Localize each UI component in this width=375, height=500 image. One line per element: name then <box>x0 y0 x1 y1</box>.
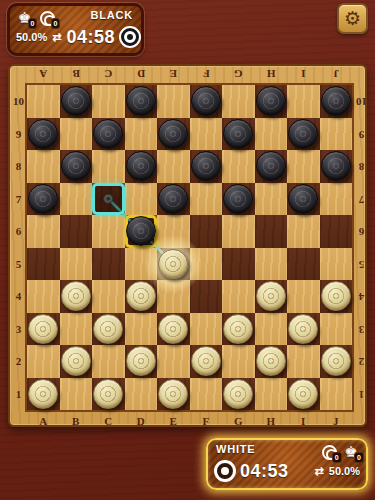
black-piece-F8[interactable] <box>191 151 221 181</box>
coord-label: F <box>190 414 223 428</box>
coord-label: B <box>60 414 93 428</box>
white-piece-A1[interactable] <box>28 379 58 409</box>
square-G5[interactable] <box>222 248 255 281</box>
captured-kings-icon: ♚ 0 <box>18 9 31 26</box>
square-A6[interactable] <box>27 215 60 248</box>
coord-label: J <box>320 67 353 82</box>
square-E8[interactable] <box>157 150 190 183</box>
square-C6[interactable] <box>92 215 125 248</box>
coord-label: 1 <box>354 378 369 411</box>
square-I2[interactable] <box>287 345 320 378</box>
gear-icon: ⚙ <box>344 7 361 30</box>
black-piece-G9[interactable] <box>223 119 253 149</box>
square-D1[interactable] <box>125 378 158 411</box>
white-piece-B4[interactable] <box>61 281 91 311</box>
captured-men-count: 0 <box>51 18 61 29</box>
coord-label: 9 <box>354 118 369 151</box>
white-player-panel: WHITE 0 ♚ 0 04:53 ⇄ 50.0% <box>206 438 368 490</box>
white-piece-C1[interactable] <box>93 379 123 409</box>
coord-label: E <box>157 414 190 428</box>
file-labels-top: ABCDEFGHIJ <box>27 67 352 82</box>
white-piece-H4[interactable] <box>256 281 286 311</box>
square-A8[interactable] <box>27 150 60 183</box>
white-piece-G3[interactable] <box>223 314 253 344</box>
black-piece-F10[interactable] <box>191 86 221 116</box>
square-I8[interactable] <box>287 150 320 183</box>
square-F9[interactable] <box>190 118 223 151</box>
captured-men-icon: 0 <box>40 9 54 26</box>
square-I4[interactable] <box>287 280 320 313</box>
white-piece-I1[interactable] <box>288 379 318 409</box>
square-F6[interactable] <box>190 215 223 248</box>
square-G6[interactable] <box>222 215 255 248</box>
square-I6[interactable] <box>287 215 320 248</box>
coord-label: 5 <box>11 248 26 281</box>
square-H1[interactable] <box>255 378 288 411</box>
black-piece-D8[interactable] <box>126 151 156 181</box>
square-C10[interactable] <box>92 85 125 118</box>
checkers-app: { "game": "checkers", "variant": "intern… <box>0 0 375 500</box>
black-piece-C9[interactable] <box>93 119 123 149</box>
black-piece-H10[interactable] <box>256 86 286 116</box>
square-F3[interactable] <box>190 313 223 346</box>
square-I10[interactable] <box>287 85 320 118</box>
captured-men-icon: 0 <box>322 443 336 460</box>
coord-label: D <box>125 414 158 428</box>
coord-label: G <box>222 414 255 428</box>
square-B3[interactable] <box>60 313 93 346</box>
coord-label: 8 <box>354 150 369 183</box>
white-piece-I3[interactable] <box>288 314 318 344</box>
white-captures-group: 0 ♚ 0 <box>322 443 358 460</box>
black-player-name: BLACK <box>91 9 134 21</box>
black-piece-D6[interactable] <box>126 216 156 246</box>
square-G8[interactable] <box>222 150 255 183</box>
board <box>25 83 354 412</box>
white-piece-B2[interactable] <box>61 346 91 376</box>
coord-label: F <box>190 67 223 82</box>
square-G4[interactable] <box>222 280 255 313</box>
square-E10[interactable] <box>157 85 190 118</box>
square-B1[interactable] <box>60 378 93 411</box>
square-H6[interactable] <box>255 215 288 248</box>
coord-label: G <box>222 67 255 82</box>
square-C8[interactable] <box>92 150 125 183</box>
black-piece-B10[interactable] <box>61 86 91 116</box>
coord-label: D <box>125 67 158 82</box>
white-piece-E5[interactable] <box>158 249 188 279</box>
white-win-chance: 50.0% <box>329 465 360 477</box>
coord-label: 9 <box>11 118 26 151</box>
board-frame: ABCDEFGHIJ ABCDEFGHIJ 10987654321 109876… <box>8 64 367 427</box>
square-F5[interactable] <box>190 248 223 281</box>
white-piece-A3[interactable] <box>28 314 58 344</box>
square-B5[interactable] <box>60 248 93 281</box>
swap-arrows-icon: ⇄ <box>315 465 324 478</box>
square-B7[interactable] <box>60 183 93 216</box>
square-A10[interactable] <box>27 85 60 118</box>
square-H3[interactable] <box>255 313 288 346</box>
square-H9[interactable] <box>255 118 288 151</box>
black-piece-H8[interactable] <box>256 151 286 181</box>
black-win-chance: 50.0% <box>16 31 47 43</box>
coord-label: A <box>27 67 60 82</box>
swap-arrows-icon: ⇄ <box>52 31 61 44</box>
square-J5[interactable] <box>320 248 353 281</box>
square-F7[interactable] <box>190 183 223 216</box>
white-piece-D2[interactable] <box>126 346 156 376</box>
coord-label: 2 <box>354 345 369 378</box>
coord-label: 4 <box>11 280 26 313</box>
white-piece-E3[interactable] <box>158 314 188 344</box>
square-C5[interactable] <box>92 248 125 281</box>
white-piece-J2[interactable] <box>321 346 351 376</box>
square-J3[interactable] <box>320 313 353 346</box>
square-C2[interactable] <box>92 345 125 378</box>
square-J1[interactable] <box>320 378 353 411</box>
coord-label: J <box>320 414 353 428</box>
square-J6[interactable] <box>320 215 353 248</box>
coord-label: 6 <box>354 215 369 248</box>
black-piece-B8[interactable] <box>61 151 91 181</box>
white-piece-D4[interactable] <box>126 281 156 311</box>
black-captures-group: ♚ 0 0 <box>18 9 54 26</box>
square-D9[interactable] <box>125 118 158 151</box>
coord-label: 3 <box>354 313 369 346</box>
white-timer: 04:53 <box>240 461 289 482</box>
square-H7[interactable] <box>255 183 288 216</box>
coord-label: 1 <box>11 378 26 411</box>
white-piece-J4[interactable] <box>321 281 351 311</box>
white-piece-F2[interactable] <box>191 346 221 376</box>
coord-label: 10 <box>11 85 26 118</box>
square-D3[interactable] <box>125 313 158 346</box>
file-labels-bottom: ABCDEFGHIJ <box>27 414 352 428</box>
black-piece-E7[interactable] <box>158 184 188 214</box>
square-A4[interactable] <box>27 280 60 313</box>
square-B6[interactable] <box>60 215 93 248</box>
white-piece-C3[interactable] <box>93 314 123 344</box>
square-C7[interactable] <box>92 183 125 216</box>
coord-label: B <box>60 67 93 82</box>
square-D5[interactable] <box>125 248 158 281</box>
black-piece-D10[interactable] <box>126 86 156 116</box>
square-D7[interactable] <box>125 183 158 216</box>
black-timer: 04:58 <box>66 27 115 48</box>
white-piece-H2[interactable] <box>256 346 286 376</box>
black-player-panel: ♚ 0 0 BLACK 50.0% ⇄ 04:58 <box>7 3 144 56</box>
square-G10[interactable] <box>222 85 255 118</box>
coord-label: C <box>92 67 125 82</box>
square-G2[interactable] <box>222 345 255 378</box>
coord-label: 3 <box>11 313 26 346</box>
coord-label: A <box>27 414 60 428</box>
rank-labels-right: 10987654321 <box>354 85 369 410</box>
settings-button[interactable]: ⚙ <box>337 3 368 34</box>
square-A5[interactable] <box>27 248 60 281</box>
coord-label: I <box>287 414 320 428</box>
coord-label: 5 <box>354 248 369 281</box>
black-piece-J10[interactable] <box>321 86 351 116</box>
coord-label: 7 <box>11 183 26 216</box>
square-F4[interactable] <box>190 280 223 313</box>
white-player-name: WHITE <box>216 443 255 455</box>
coord-label: H <box>255 414 288 428</box>
square-E6[interactable] <box>157 215 190 248</box>
square-F1[interactable] <box>190 378 223 411</box>
square-J7[interactable] <box>320 183 353 216</box>
white-piece-G1[interactable] <box>223 379 253 409</box>
white-piece-E1[interactable] <box>158 379 188 409</box>
coord-label: 6 <box>11 215 26 248</box>
black-piece-I7[interactable] <box>288 184 318 214</box>
black-piece-indicator-icon <box>119 26 141 48</box>
square-C4[interactable] <box>92 280 125 313</box>
square-B9[interactable] <box>60 118 93 151</box>
coord-label: H <box>255 67 288 82</box>
square-H5[interactable] <box>255 248 288 281</box>
coord-label: 2 <box>11 345 26 378</box>
white-piece-indicator-icon <box>214 460 236 482</box>
coord-label: 8 <box>11 150 26 183</box>
coord-label: I <box>287 67 320 82</box>
coord-label: C <box>92 414 125 428</box>
black-piece-I9[interactable] <box>288 119 318 149</box>
black-piece-A9[interactable] <box>28 119 58 149</box>
captured-men-count: 0 <box>332 452 342 463</box>
rank-labels-left: 10987654321 <box>11 85 26 410</box>
coord-label: 7 <box>354 183 369 216</box>
coord-label: E <box>157 67 190 82</box>
square-E4[interactable] <box>157 280 190 313</box>
square-I5[interactable] <box>287 248 320 281</box>
captured-kings-icon: ♚ 0 <box>345 443 358 460</box>
coord-label: 4 <box>354 280 369 313</box>
coord-label: 10 <box>354 85 369 118</box>
square-J9[interactable] <box>320 118 353 151</box>
square-A2[interactable] <box>27 345 60 378</box>
black-piece-G7[interactable] <box>223 184 253 214</box>
captured-kings-count: 0 <box>354 452 364 463</box>
captured-kings-count: 0 <box>28 18 38 29</box>
square-E2[interactable] <box>157 345 190 378</box>
black-piece-E9[interactable] <box>158 119 188 149</box>
black-piece-A7[interactable] <box>28 184 58 214</box>
black-piece-J8[interactable] <box>321 151 351 181</box>
